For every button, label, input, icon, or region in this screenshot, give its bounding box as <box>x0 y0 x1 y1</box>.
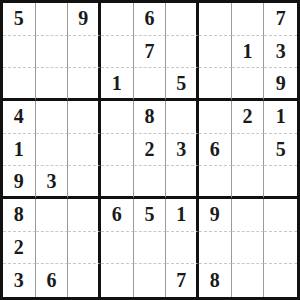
cell-r6c1-given: 9 <box>3 166 36 199</box>
cell-r2c4-empty[interactable] <box>101 36 134 69</box>
cell-r2c6-empty[interactable] <box>166 36 199 69</box>
cell-r4c7-empty[interactable] <box>199 101 232 134</box>
cell-r3c3-empty[interactable] <box>68 68 101 101</box>
cell-r8c8-empty[interactable] <box>232 232 265 265</box>
cell-r3c4-given: 1 <box>101 68 134 101</box>
cell-r6c7-empty[interactable] <box>199 166 232 199</box>
cell-r1c8-empty[interactable] <box>232 3 265 36</box>
cell-r7c3-empty[interactable] <box>68 199 101 232</box>
cell-r6c5-empty[interactable] <box>134 166 167 199</box>
cell-r9c1-given: 3 <box>3 264 36 297</box>
cell-r9c9-empty[interactable] <box>264 264 297 297</box>
cell-r5c3-empty[interactable] <box>68 134 101 167</box>
cell-r4c9-given: 1 <box>264 101 297 134</box>
cell-r3c6-given: 5 <box>166 68 199 101</box>
sudoku-puzzle: 5967713159482112365938651923678 <box>0 0 300 300</box>
cell-r5c2-empty[interactable] <box>36 134 69 167</box>
cell-r4c6-empty[interactable] <box>166 101 199 134</box>
cell-r4c3-empty[interactable] <box>68 101 101 134</box>
cell-r5c6-given: 3 <box>166 134 199 167</box>
cell-r1c3-given: 9 <box>68 3 101 36</box>
cell-r7c2-empty[interactable] <box>36 199 69 232</box>
cell-r5c5-given: 2 <box>134 134 167 167</box>
cell-r3c1-empty[interactable] <box>3 68 36 101</box>
cell-r6c2-given: 3 <box>36 166 69 199</box>
cell-r1c5-given: 6 <box>134 3 167 36</box>
cell-r1c4-empty[interactable] <box>101 3 134 36</box>
cell-r8c4-empty[interactable] <box>101 232 134 265</box>
cell-r3c9-given: 9 <box>264 68 297 101</box>
cell-r6c9-empty[interactable] <box>264 166 297 199</box>
cell-r7c9-empty[interactable] <box>264 199 297 232</box>
cell-r6c3-empty[interactable] <box>68 166 101 199</box>
cell-r7c5-given: 5 <box>134 199 167 232</box>
cell-r9c5-empty[interactable] <box>134 264 167 297</box>
cell-r8c3-empty[interactable] <box>68 232 101 265</box>
cell-r2c5-given: 7 <box>134 36 167 69</box>
cell-r2c2-empty[interactable] <box>36 36 69 69</box>
cell-r6c6-empty[interactable] <box>166 166 199 199</box>
cell-r7c1-given: 8 <box>3 199 36 232</box>
cell-r9c6-given: 7 <box>166 264 199 297</box>
cell-r1c9-given: 7 <box>264 3 297 36</box>
cell-r2c7-empty[interactable] <box>199 36 232 69</box>
cell-r9c2-given: 6 <box>36 264 69 297</box>
cell-r4c1-given: 4 <box>3 101 36 134</box>
cell-r8c6-empty[interactable] <box>166 232 199 265</box>
cell-r1c2-empty[interactable] <box>36 3 69 36</box>
cell-r5c4-empty[interactable] <box>101 134 134 167</box>
cell-r9c8-empty[interactable] <box>232 264 265 297</box>
cell-r8c9-empty[interactable] <box>264 232 297 265</box>
cell-r7c8-empty[interactable] <box>232 199 265 232</box>
cell-r4c4-empty[interactable] <box>101 101 134 134</box>
cell-r9c7-given: 8 <box>199 264 232 297</box>
cell-r2c8-given: 1 <box>232 36 265 69</box>
cell-r5c1-given: 1 <box>3 134 36 167</box>
cell-r1c7-empty[interactable] <box>199 3 232 36</box>
cell-r8c1-given: 2 <box>3 232 36 265</box>
cell-r8c2-empty[interactable] <box>36 232 69 265</box>
cell-r4c5-given: 8 <box>134 101 167 134</box>
cell-r5c7-given: 6 <box>199 134 232 167</box>
cell-r5c8-empty[interactable] <box>232 134 265 167</box>
cell-r2c3-empty[interactable] <box>68 36 101 69</box>
cell-r3c8-empty[interactable] <box>232 68 265 101</box>
cell-r7c4-given: 6 <box>101 199 134 232</box>
cell-r6c4-empty[interactable] <box>101 166 134 199</box>
cell-r8c7-empty[interactable] <box>199 232 232 265</box>
cell-r3c7-empty[interactable] <box>199 68 232 101</box>
cell-r1c1-given: 5 <box>3 3 36 36</box>
cell-r5c9-given: 5 <box>264 134 297 167</box>
cell-r8c5-empty[interactable] <box>134 232 167 265</box>
cell-r4c8-given: 2 <box>232 101 265 134</box>
sudoku-board: 5967713159482112365938651923678 <box>0 0 300 300</box>
cell-r7c7-given: 9 <box>199 199 232 232</box>
cell-r3c2-empty[interactable] <box>36 68 69 101</box>
cell-r2c1-empty[interactable] <box>3 36 36 69</box>
cell-r6c8-empty[interactable] <box>232 166 265 199</box>
cell-r9c3-empty[interactable] <box>68 264 101 297</box>
cell-r3c5-empty[interactable] <box>134 68 167 101</box>
cell-r2c9-given: 3 <box>264 36 297 69</box>
cell-r7c6-given: 1 <box>166 199 199 232</box>
cell-r4c2-empty[interactable] <box>36 101 69 134</box>
cell-r9c4-empty[interactable] <box>101 264 134 297</box>
cell-r1c6-empty[interactable] <box>166 3 199 36</box>
